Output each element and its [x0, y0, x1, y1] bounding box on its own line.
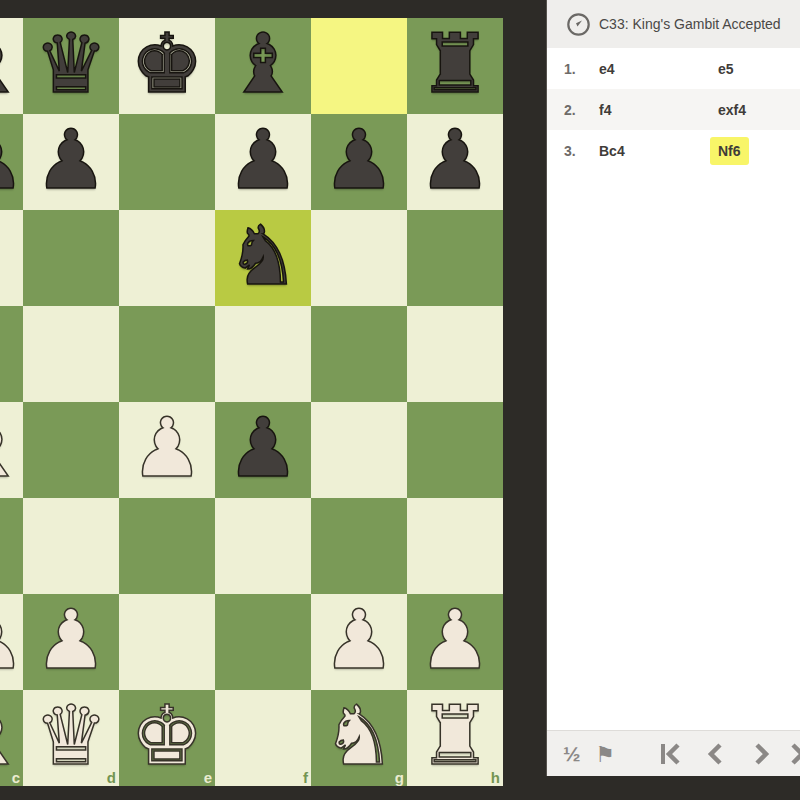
opening-explorer-icon — [566, 12, 591, 37]
square-f7[interactable]: ♟ — [215, 114, 311, 210]
white-queen-d1[interactable]: ♛ — [23, 690, 119, 786]
square-d1[interactable]: ♛d — [23, 690, 119, 786]
square-h2[interactable]: ♟ — [407, 594, 503, 690]
move-row-1: 1. e4 e5 — [547, 48, 800, 89]
move-white-1[interactable]: e4 — [599, 61, 718, 77]
square-g6[interactable] — [311, 210, 407, 306]
square-h5[interactable] — [407, 306, 503, 402]
file-label-g: g — [395, 770, 404, 785]
black-bishop-f8[interactable]: ♝ — [215, 18, 311, 114]
white-knight-g1[interactable]: ♞ — [311, 690, 407, 786]
move-number: 1. — [547, 61, 599, 77]
white-pawn-g2[interactable]: ♟ — [311, 594, 407, 690]
square-c2[interactable]: ♟ — [0, 594, 23, 690]
square-f8[interactable]: ♝ — [215, 18, 311, 114]
square-c6[interactable] — [0, 210, 23, 306]
square-g7[interactable]: ♟ — [311, 114, 407, 210]
square-f1[interactable]: f — [215, 690, 311, 786]
square-f5[interactable] — [215, 306, 311, 402]
move-white-3[interactable]: Bc4 — [599, 143, 718, 159]
black-pawn-f7[interactable]: ♟ — [215, 114, 311, 210]
square-g4[interactable] — [311, 402, 407, 498]
flag-icon[interactable]: ⚑ — [595, 731, 615, 776]
draw-offer-button[interactable]: ½ — [563, 731, 581, 776]
square-c3[interactable] — [0, 498, 23, 594]
square-d4[interactable] — [23, 402, 119, 498]
next-move-icon[interactable] — [750, 731, 772, 776]
previous-move-icon[interactable] — [705, 731, 727, 776]
app-root: { "game": "chess", "position": "rnbqkb1r… — [0, 0, 800, 800]
square-e8[interactable]: ♚ — [119, 18, 215, 114]
go-to-start-icon[interactable] — [658, 731, 684, 776]
square-d7[interactable]: ♟ — [23, 114, 119, 210]
black-pawn-h7[interactable]: ♟ — [407, 114, 503, 210]
square-d5[interactable] — [23, 306, 119, 402]
square-e4[interactable]: ♟ — [119, 402, 215, 498]
square-d6[interactable] — [23, 210, 119, 306]
square-h8[interactable]: ♜ — [407, 18, 503, 114]
white-king-e1[interactable]: ♚ — [119, 690, 215, 786]
file-label-c: c — [12, 770, 20, 785]
black-rook-h8[interactable]: ♜ — [407, 18, 503, 114]
white-pawn-d2[interactable]: ♟ — [23, 594, 119, 690]
board-grid: ♝♛♚♝♜♟♟♟♟♟♞♝♟♟♟♟♟♟♝c♛d♚ef♞g♜h — [0, 18, 503, 786]
black-king-e8[interactable]: ♚ — [119, 18, 215, 114]
white-pawn-h2[interactable]: ♟ — [407, 594, 503, 690]
square-c1[interactable]: ♝c — [0, 690, 23, 786]
square-e7[interactable] — [119, 114, 215, 210]
square-c8[interactable]: ♝ — [0, 18, 23, 114]
chess-board: ♝♛♚♝♜♟♟♟♟♟♞♝♟♟♟♟♟♟♝c♛d♚ef♞g♜h — [0, 18, 503, 786]
square-g1[interactable]: ♞g — [311, 690, 407, 786]
square-e2[interactable] — [119, 594, 215, 690]
black-queen-d8[interactable]: ♛ — [23, 18, 119, 114]
file-label-e: e — [204, 770, 212, 785]
black-pawn-d7[interactable]: ♟ — [23, 114, 119, 210]
square-e1[interactable]: ♚e — [119, 690, 215, 786]
move-black-2[interactable]: exf4 — [718, 102, 746, 118]
square-e5[interactable] — [119, 306, 215, 402]
move-list: 1. e4 e5 2. f4 exf4 3. Bc4 Nf6 — [547, 48, 800, 171]
file-label-f: f — [303, 770, 308, 785]
file-label-h: h — [491, 770, 500, 785]
square-h7[interactable]: ♟ — [407, 114, 503, 210]
square-f3[interactable] — [215, 498, 311, 594]
square-f4[interactable]: ♟ — [215, 402, 311, 498]
square-d8[interactable]: ♛ — [23, 18, 119, 114]
move-black-1[interactable]: e5 — [718, 61, 734, 77]
file-label-d: d — [107, 770, 116, 785]
opening-title: C33: King's Gambit Accepted — [599, 16, 781, 32]
game-controls-bar: ½ ⚑ — [547, 730, 800, 776]
move-number: 3. — [547, 143, 599, 159]
square-d2[interactable]: ♟ — [23, 594, 119, 690]
move-row-2: 2. f4 exf4 — [547, 89, 800, 130]
black-pawn-f4[interactable]: ♟ — [215, 402, 311, 498]
go-to-end-icon[interactable] — [787, 731, 800, 776]
square-g8[interactable] — [311, 18, 407, 114]
square-e3[interactable] — [119, 498, 215, 594]
move-white-2[interactable]: f4 — [599, 102, 718, 118]
square-d3[interactable] — [23, 498, 119, 594]
square-h1[interactable]: ♜h — [407, 690, 503, 786]
move-number: 2. — [547, 102, 599, 118]
white-pawn-e4[interactable]: ♟ — [119, 402, 215, 498]
square-g5[interactable] — [311, 306, 407, 402]
square-g2[interactable]: ♟ — [311, 594, 407, 690]
square-c7[interactable]: ♟ — [0, 114, 23, 210]
square-c5[interactable] — [0, 306, 23, 402]
square-f6[interactable]: ♞ — [215, 210, 311, 306]
square-h4[interactable] — [407, 402, 503, 498]
analysis-panel: C33: King's Gambit Accepted 1. e4 e5 2. … — [546, 0, 800, 776]
square-h3[interactable] — [407, 498, 503, 594]
black-pawn-g7[interactable]: ♟ — [311, 114, 407, 210]
white-rook-h1[interactable]: ♜ — [407, 690, 503, 786]
square-c4[interactable]: ♝ — [0, 402, 23, 498]
move-row-3: 3. Bc4 Nf6 — [547, 130, 800, 171]
opening-header: C33: King's Gambit Accepted — [547, 0, 800, 48]
square-h6[interactable] — [407, 210, 503, 306]
square-f2[interactable] — [215, 594, 311, 690]
square-g3[interactable] — [311, 498, 407, 594]
move-black-3-current[interactable]: Nf6 — [710, 137, 749, 165]
square-e6[interactable] — [119, 210, 215, 306]
black-knight-f6[interactable]: ♞ — [215, 210, 311, 306]
